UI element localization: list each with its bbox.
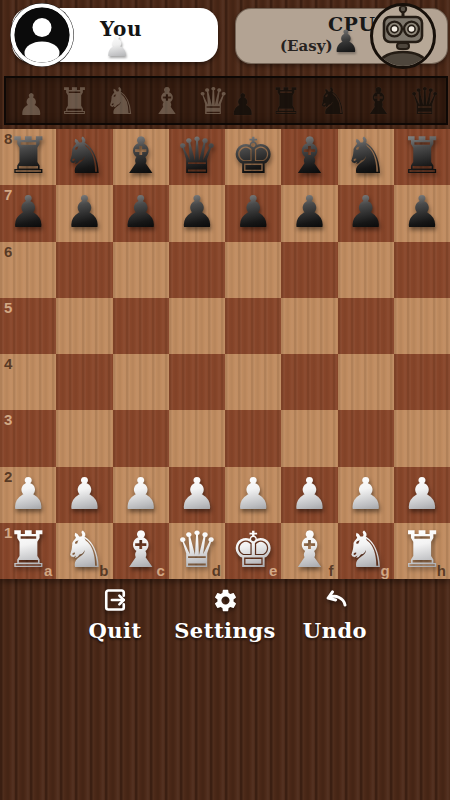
piece-white-pawn[interactable]: ♟ — [233, 472, 272, 516]
settings-label: Settings — [174, 618, 276, 643]
square-a1[interactable]: 1a♜ — [0, 523, 56, 579]
rank-label-4: 4 — [4, 355, 12, 372]
square-g5[interactable] — [338, 298, 394, 354]
square-b1[interactable]: b♞ — [56, 523, 112, 579]
undo-button[interactable]: Undo — [280, 585, 390, 643]
square-e5[interactable] — [225, 298, 281, 354]
chess-board: 8♜♞♝♛♚♝♞♜7♟♟♟♟♟♟♟♟65432♟♟♟♟♟♟♟♟1a♜b♞c♝d♛… — [0, 129, 450, 579]
square-h3[interactable] — [394, 410, 450, 466]
piece-black-rook[interactable]: ♜ — [6, 131, 51, 181]
piece-white-pawn[interactable]: ♟ — [346, 472, 385, 516]
piece-black-rook[interactable]: ♜ — [399, 131, 444, 181]
square-f5[interactable] — [281, 298, 337, 354]
square-d1[interactable]: d♛ — [169, 523, 225, 579]
square-d5[interactable] — [169, 298, 225, 354]
piece-black-pawn[interactable]: ♟ — [65, 190, 104, 234]
game-screen: You ♟ CPU (Easy) ♟ — [0, 0, 450, 800]
captured-black-rook-icon: ♜ — [270, 83, 303, 120]
square-f6[interactable] — [281, 242, 337, 298]
square-b4[interactable] — [56, 354, 112, 410]
piece-black-pawn[interactable]: ♟ — [233, 190, 272, 234]
square-h1[interactable]: h♜ — [394, 523, 450, 579]
white-pawn-icon: ♟ — [104, 32, 130, 61]
square-f3[interactable] — [281, 410, 337, 466]
captured-pieces-tray: ♟♜♞♝♛ ♟♜♞♝♛ — [4, 76, 448, 125]
piece-black-bishop[interactable]: ♝ — [118, 131, 163, 181]
piece-white-knight[interactable]: ♞ — [343, 525, 388, 575]
square-b7[interactable]: ♟ — [56, 185, 112, 241]
piece-white-pawn[interactable]: ♟ — [65, 472, 104, 516]
square-f2[interactable]: ♟ — [281, 467, 337, 523]
settings-button[interactable]: Settings — [170, 585, 280, 643]
piece-white-bishop[interactable]: ♝ — [287, 525, 332, 575]
bottom-controls: Quit Settings Undo — [0, 585, 450, 643]
piece-white-pawn[interactable]: ♟ — [402, 472, 441, 516]
piece-black-pawn[interactable]: ♟ — [290, 190, 329, 234]
quit-label: Quit — [88, 618, 141, 643]
square-a2[interactable]: 2♟ — [0, 467, 56, 523]
square-c4[interactable] — [113, 354, 169, 410]
square-e8[interactable]: ♚ — [225, 129, 281, 185]
captured-black-group: ♟♜♞♝♛ — [230, 83, 442, 123]
captured-white-bishop-icon: ♝ — [150, 83, 183, 120]
gear-icon — [212, 585, 239, 615]
piece-black-pawn[interactable]: ♟ — [121, 190, 160, 234]
piece-black-king[interactable]: ♚ — [231, 131, 276, 181]
square-h7[interactable]: ♟ — [394, 185, 450, 241]
captured-white-group: ♟♜♞♝♛ — [18, 83, 230, 123]
square-a5[interactable]: 5 — [0, 298, 56, 354]
square-f8[interactable]: ♝ — [281, 129, 337, 185]
piece-white-bishop[interactable]: ♝ — [118, 525, 163, 575]
black-pawn-icon: ♟ — [332, 26, 360, 57]
square-b6[interactable] — [56, 242, 112, 298]
square-g4[interactable] — [338, 354, 394, 410]
square-d2[interactable]: ♟ — [169, 467, 225, 523]
captured-black-pawn-icon: ♟ — [230, 90, 257, 120]
square-a3[interactable]: 3 — [0, 410, 56, 466]
square-f1[interactable]: f♝ — [281, 523, 337, 579]
square-a6[interactable]: 6 — [0, 242, 56, 298]
square-g3[interactable] — [338, 410, 394, 466]
exit-icon — [100, 585, 130, 615]
quit-button[interactable]: Quit — [60, 585, 170, 643]
square-c6[interactable] — [113, 242, 169, 298]
square-b2[interactable]: ♟ — [56, 467, 112, 523]
square-c5[interactable] — [113, 298, 169, 354]
square-h5[interactable] — [394, 298, 450, 354]
square-f7[interactable]: ♟ — [281, 185, 337, 241]
square-g8[interactable]: ♞ — [338, 129, 394, 185]
piece-white-pawn[interactable]: ♟ — [177, 472, 216, 516]
captured-black-bishop-icon: ♝ — [362, 83, 395, 120]
piece-black-queen[interactable]: ♛ — [174, 131, 219, 181]
piece-white-knight[interactable]: ♞ — [62, 525, 107, 575]
square-a7[interactable]: 7♟ — [0, 185, 56, 241]
piece-black-knight[interactable]: ♞ — [343, 131, 388, 181]
square-g1[interactable]: g♞ — [338, 523, 394, 579]
user-avatar — [8, 1, 76, 69]
piece-black-pawn[interactable]: ♟ — [8, 190, 47, 234]
square-h6[interactable] — [394, 242, 450, 298]
piece-white-pawn[interactable]: ♟ — [290, 472, 329, 516]
captured-black-queen-icon: ♛ — [408, 83, 441, 120]
square-c3[interactable] — [113, 410, 169, 466]
square-g2[interactable]: ♟ — [338, 467, 394, 523]
undo-arrow-icon — [320, 585, 350, 615]
square-d3[interactable] — [169, 410, 225, 466]
rank-label-3: 3 — [4, 411, 12, 428]
piece-white-queen[interactable]: ♛ — [174, 525, 219, 575]
piece-white-rook[interactable]: ♜ — [399, 525, 444, 575]
piece-white-rook[interactable]: ♜ — [6, 525, 51, 575]
square-d7[interactable]: ♟ — [169, 185, 225, 241]
undo-label: Undo — [303, 618, 367, 643]
square-e7[interactable]: ♟ — [225, 185, 281, 241]
square-e4[interactable] — [225, 354, 281, 410]
square-d8[interactable]: ♛ — [169, 129, 225, 185]
square-c1[interactable]: c♝ — [113, 523, 169, 579]
captured-white-knight-icon: ♞ — [104, 83, 137, 120]
square-g7[interactable]: ♟ — [338, 185, 394, 241]
square-f4[interactable] — [281, 354, 337, 410]
piece-white-pawn[interactable]: ♟ — [121, 472, 160, 516]
piece-black-pawn[interactable]: ♟ — [346, 190, 385, 234]
square-d6[interactable] — [169, 242, 225, 298]
square-h8[interactable]: ♜ — [394, 129, 450, 185]
captured-white-rook-icon: ♜ — [58, 83, 91, 120]
square-h2[interactable]: ♟ — [394, 467, 450, 523]
rank-label-6: 6 — [4, 243, 12, 260]
square-d4[interactable] — [169, 354, 225, 410]
player-card-cpu: CPU (Easy) ♟ — [235, 8, 448, 64]
square-e3[interactable] — [225, 410, 281, 466]
square-b3[interactable] — [56, 410, 112, 466]
square-c8[interactable]: ♝ — [113, 129, 169, 185]
piece-white-king[interactable]: ♚ — [231, 525, 276, 575]
square-c7[interactable]: ♟ — [113, 185, 169, 241]
square-b5[interactable] — [56, 298, 112, 354]
piece-black-bishop[interactable]: ♝ — [287, 131, 332, 181]
square-a4[interactable]: 4 — [0, 354, 56, 410]
piece-black-knight[interactable]: ♞ — [62, 131, 107, 181]
square-c2[interactable]: ♟ — [113, 467, 169, 523]
robot-avatar — [369, 2, 437, 70]
rank-label-5: 5 — [4, 299, 12, 316]
square-b8[interactable]: ♞ — [56, 129, 112, 185]
square-a8[interactable]: 8♜ — [0, 129, 56, 185]
piece-black-pawn[interactable]: ♟ — [402, 190, 441, 234]
captured-black-knight-icon: ♞ — [316, 83, 349, 120]
square-e6[interactable] — [225, 242, 281, 298]
captured-white-pawn-icon: ♟ — [18, 90, 45, 120]
square-h4[interactable] — [394, 354, 450, 410]
piece-white-pawn[interactable]: ♟ — [8, 472, 47, 516]
square-e1[interactable]: e♚ — [225, 523, 281, 579]
cpu-difficulty-label: (Easy) — [280, 37, 333, 55]
square-g6[interactable] — [338, 242, 394, 298]
captured-white-queen-icon: ♛ — [196, 83, 229, 120]
square-e2[interactable]: ♟ — [225, 467, 281, 523]
piece-black-pawn[interactable]: ♟ — [177, 190, 216, 234]
